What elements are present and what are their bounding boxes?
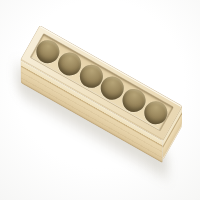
product-photo-background bbox=[0, 0, 200, 200]
